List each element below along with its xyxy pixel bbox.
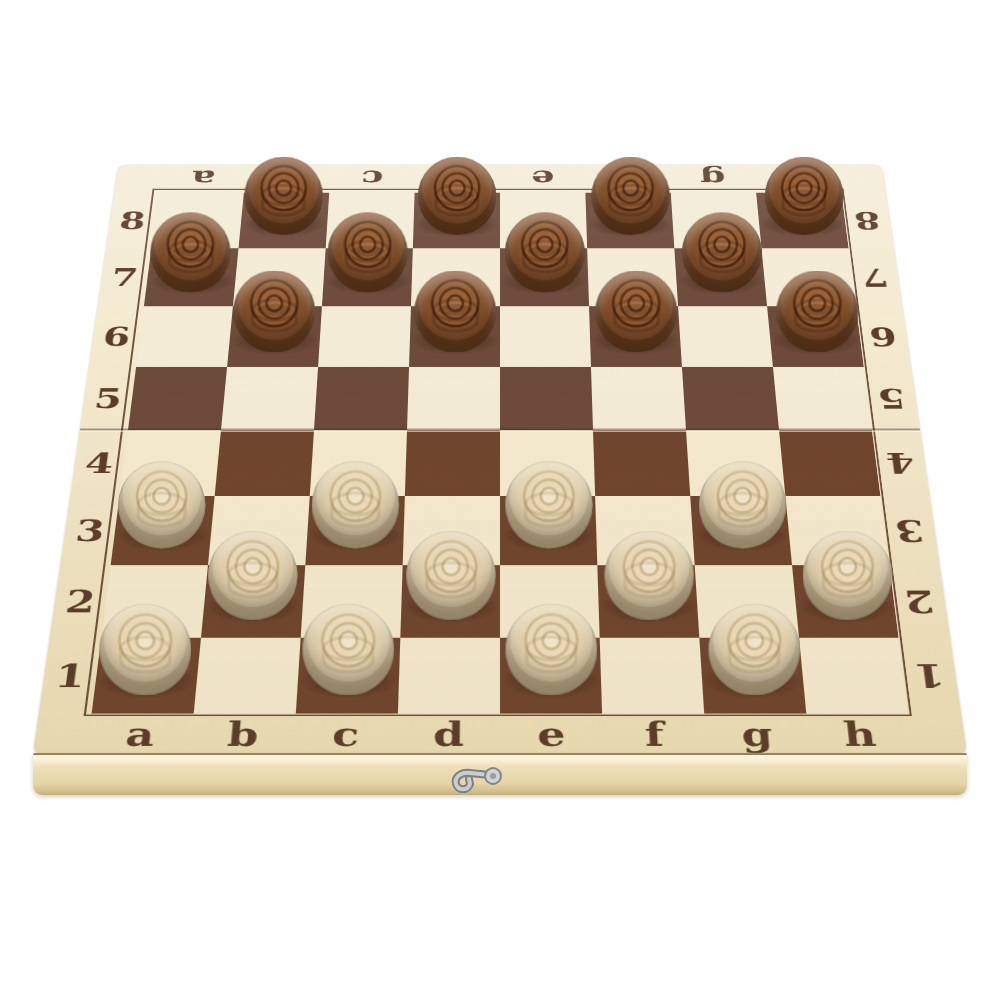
rank-label-left-4: 4	[83, 449, 115, 477]
file-label-bottom-a: a	[124, 717, 156, 751]
light-piece-glyph: ⛀	[99, 603, 191, 695]
light-piece-glyph: ⛀	[505, 461, 592, 548]
rank-label-right-6: 6	[868, 323, 898, 349]
file-label-top-f: f	[619, 167, 636, 190]
file-label-top-c: c	[361, 167, 384, 190]
square-c5[interactable]	[314, 367, 409, 430]
square-b4[interactable]	[215, 430, 314, 496]
square-f4[interactable]	[593, 430, 690, 496]
light-piece-glyph: ⛀	[708, 603, 800, 695]
rank-label-left-7: 7	[110, 265, 140, 290]
light-piece-glyph: ⛀	[604, 530, 694, 620]
light-piece-glyph: ⛀	[208, 530, 298, 620]
square-d1[interactable]	[398, 638, 500, 714]
fold-hinge-seam	[80, 429, 921, 432]
light-piece-h2[interactable]: ⛀	[802, 530, 892, 620]
rank-label-left-3: 3	[74, 515, 107, 545]
square-a6[interactable]	[136, 306, 233, 366]
rank-label-left-5: 5	[93, 385, 124, 412]
light-piece-g1[interactable]: ⛀	[708, 603, 800, 695]
file-label-bottom-d: d	[433, 717, 464, 751]
clasp-hook-icon	[430, 756, 522, 796]
light-piece-e1[interactable]: ⛀	[505, 603, 597, 695]
rank-label-right-5: 5	[876, 385, 907, 412]
square-e5[interactable]	[500, 367, 593, 430]
light-piece-glyph: ⛀	[311, 461, 398, 548]
light-piece-glyph: ⛀	[302, 603, 394, 695]
file-label-bottom-f: f	[644, 717, 665, 751]
light-piece-a1[interactable]: ⛀	[99, 603, 191, 695]
file-label-bottom-e: e	[537, 717, 566, 751]
dark-piece-glyph: ⛂	[414, 270, 496, 352]
dark-piece-glyph: ⛂	[776, 270, 858, 352]
dark-piece-glyph: ⛂	[504, 212, 584, 292]
square-g6[interactable]	[678, 306, 773, 366]
dark-piece-b6[interactable]: ⛂	[233, 270, 315, 352]
square-b1[interactable]	[194, 638, 301, 714]
rank-label-left-8: 8	[118, 208, 147, 232]
square-b5[interactable]	[221, 367, 318, 430]
light-piece-c3[interactable]: ⛀	[311, 461, 398, 548]
square-c6[interactable]	[318, 306, 411, 366]
file-label-bottom-b: b	[226, 717, 260, 751]
square-f1[interactable]	[600, 638, 705, 714]
dark-piece-h6[interactable]: ⛂	[776, 270, 858, 352]
dark-piece-g7[interactable]: ⛂	[681, 212, 761, 292]
light-piece-c1[interactable]: ⛀	[302, 603, 394, 695]
dark-piece-f6[interactable]: ⛂	[595, 270, 677, 352]
square-e6[interactable]	[500, 306, 591, 366]
file-label-bottom-h: h	[842, 717, 878, 751]
light-piece-glyph: ⛀	[505, 603, 597, 695]
file-label-bottom-c: c	[332, 717, 361, 751]
square-h1[interactable]	[799, 638, 908, 714]
file-label-top-h: h	[783, 167, 812, 190]
file-label-top-a: a	[190, 167, 216, 190]
rank-label-right-7: 7	[860, 265, 890, 290]
dark-piece-glyph: ⛂	[681, 212, 761, 292]
light-piece-d2[interactable]: ⛀	[406, 530, 496, 620]
rank-label-left-1: 1	[53, 659, 88, 692]
rank-label-right-3: 3	[893, 515, 926, 545]
dark-piece-e7[interactable]: ⛂	[504, 212, 584, 292]
light-piece-glyph: ⛀	[118, 461, 205, 548]
file-label-top-g: g	[699, 167, 726, 190]
square-d4[interactable]	[405, 430, 500, 496]
light-piece-glyph: ⛀	[802, 530, 892, 620]
rank-label-right-1: 1	[912, 659, 947, 692]
square-h5[interactable]	[773, 367, 872, 430]
file-label-top-e: e	[531, 167, 555, 190]
rank-label-right-2: 2	[903, 586, 937, 617]
checkers-board-photo: abcdefgh abcdefgh 87654321 87654321 ⛀⛀⛀⛀…	[0, 0, 1000, 1000]
light-piece-f2[interactable]: ⛀	[604, 530, 694, 620]
rank-label-left-6: 6	[101, 323, 131, 349]
square-h4[interactable]	[779, 430, 880, 496]
light-piece-b2[interactable]: ⛀	[208, 530, 298, 620]
dark-piece-glyph: ⛂	[150, 212, 230, 292]
light-piece-glyph: ⛀	[406, 530, 496, 620]
rank-label-left-2: 2	[64, 586, 98, 617]
dark-piece-glyph: ⛂	[233, 270, 315, 352]
dark-piece-glyph: ⛂	[595, 270, 677, 352]
board-front-edge	[33, 753, 967, 795]
light-piece-e3[interactable]: ⛀	[505, 461, 592, 548]
board-plane: abcdefgh abcdefgh 87654321 87654321 ⛀⛀⛀⛀…	[33, 165, 967, 754]
file-label-bottom-g: g	[740, 717, 774, 751]
rank-label-right-8: 8	[853, 208, 882, 232]
square-g5[interactable]	[682, 367, 779, 430]
dark-piece-d6[interactable]: ⛂	[414, 270, 496, 352]
light-piece-a3[interactable]: ⛀	[118, 461, 205, 548]
rank-label-right-4: 4	[885, 449, 917, 477]
file-label-top-b: b	[274, 167, 301, 190]
light-piece-g3[interactable]: ⛀	[698, 461, 785, 548]
dark-piece-a7[interactable]: ⛂	[150, 212, 230, 292]
square-a5[interactable]	[128, 367, 227, 430]
dark-piece-glyph: ⛂	[327, 212, 407, 292]
file-label-top-d: d	[445, 167, 471, 190]
square-f5[interactable]	[591, 367, 686, 430]
file-labels-bottom: abcdefgh	[86, 714, 913, 755]
square-d5[interactable]	[407, 367, 500, 430]
light-piece-glyph: ⛀	[698, 461, 785, 548]
dark-piece-c7[interactable]: ⛂	[327, 212, 407, 292]
